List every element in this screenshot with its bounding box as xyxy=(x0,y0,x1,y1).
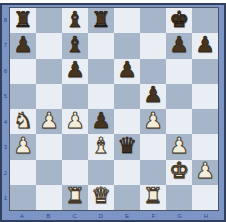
square-a5[interactable] xyxy=(10,84,36,109)
piece-white-pawn[interactable]: ♟ xyxy=(169,135,189,157)
square-c5[interactable] xyxy=(62,84,88,109)
piece-white-pawn[interactable]: ♟ xyxy=(65,110,85,132)
square-g6[interactable] xyxy=(166,59,192,84)
square-d5[interactable] xyxy=(88,84,114,109)
square-e7[interactable] xyxy=(114,33,140,58)
piece-black-pawn[interactable]: ♟ xyxy=(143,84,163,106)
square-h4[interactable] xyxy=(192,109,218,134)
piece-black-pawn[interactable]: ♟ xyxy=(65,59,85,81)
square-e8[interactable] xyxy=(114,8,140,33)
piece-black-pawn[interactable]: ♟ xyxy=(117,59,137,81)
file-label: C xyxy=(62,211,88,220)
square-e1[interactable] xyxy=(114,185,140,210)
rank-label: 5 xyxy=(2,84,9,110)
square-d4[interactable]: ♟ xyxy=(88,109,114,134)
file-label: F xyxy=(140,211,166,220)
square-c1[interactable]: ♜ xyxy=(62,185,88,210)
square-f4[interactable]: ♟ xyxy=(140,109,166,134)
square-c6[interactable]: ♟ xyxy=(62,59,88,84)
file-label: B xyxy=(35,211,61,220)
square-c7[interactable]: ♝ xyxy=(62,33,88,58)
square-d8[interactable]: ♜ xyxy=(88,8,114,33)
square-d7[interactable] xyxy=(88,33,114,58)
square-h6[interactable] xyxy=(192,59,218,84)
square-b7[interactable] xyxy=(36,33,62,58)
piece-black-bishop[interactable]: ♝ xyxy=(65,34,85,56)
rank-label: 6 xyxy=(2,58,9,84)
square-g1[interactable] xyxy=(166,185,192,210)
square-g5[interactable] xyxy=(166,84,192,109)
square-g4[interactable] xyxy=(166,109,192,134)
piece-black-rook[interactable]: ♜ xyxy=(13,9,33,31)
piece-white-king[interactable]: ♚ xyxy=(169,160,189,182)
rank-label: 7 xyxy=(2,33,9,59)
piece-white-rook[interactable]: ♜ xyxy=(143,185,163,207)
frame-right xyxy=(219,7,224,211)
square-g8[interactable]: ♚ xyxy=(166,8,192,33)
rank-label: 8 xyxy=(2,7,9,33)
square-f6[interactable] xyxy=(140,59,166,84)
square-b4[interactable]: ♟ xyxy=(36,109,62,134)
square-e6[interactable]: ♟ xyxy=(114,59,140,84)
file-label: E xyxy=(114,211,140,220)
square-b5[interactable] xyxy=(36,84,62,109)
square-d2[interactable] xyxy=(88,160,114,185)
square-e3[interactable]: ♛ xyxy=(114,134,140,159)
square-b8[interactable] xyxy=(36,8,62,33)
rank-label: 3 xyxy=(2,135,9,161)
square-d3[interactable]: ♝ xyxy=(88,134,114,159)
square-c2[interactable] xyxy=(62,160,88,185)
square-b6[interactable] xyxy=(36,59,62,84)
piece-white-pawn[interactable]: ♟ xyxy=(13,135,33,157)
square-c4[interactable]: ♟ xyxy=(62,109,88,134)
file-label: H xyxy=(193,211,219,220)
square-a2[interactable] xyxy=(10,160,36,185)
square-a4[interactable]: ♞ xyxy=(10,109,36,134)
chess-board-widget: 8 7 6 5 4 3 2 1 ♜♝♜♚♟♝♟♟♟♟♟♞♟♟♟♟♟♝♛♟♚♟♜♛… xyxy=(0,3,226,222)
square-f8[interactable] xyxy=(140,8,166,33)
square-e4[interactable] xyxy=(114,109,140,134)
square-e2[interactable] xyxy=(114,160,140,185)
square-f3[interactable] xyxy=(140,134,166,159)
square-g7[interactable]: ♟ xyxy=(166,33,192,58)
square-h1[interactable] xyxy=(192,185,218,210)
file-labels-row: A B C D E F G H xyxy=(9,211,219,220)
square-a7[interactable]: ♟ xyxy=(10,33,36,58)
file-label: G xyxy=(167,211,193,220)
square-h3[interactable] xyxy=(192,134,218,159)
square-a3[interactable]: ♟ xyxy=(10,134,36,159)
piece-white-pawn[interactable]: ♟ xyxy=(143,110,163,132)
piece-white-knight[interactable]: ♞ xyxy=(13,110,33,132)
file-label: A xyxy=(9,211,35,220)
piece-black-pawn[interactable]: ♟ xyxy=(91,110,111,132)
square-h5[interactable] xyxy=(192,84,218,109)
file-label: D xyxy=(88,211,114,220)
piece-black-king[interactable]: ♚ xyxy=(169,9,189,31)
square-g3[interactable]: ♟ xyxy=(166,134,192,159)
piece-white-bishop[interactable]: ♝ xyxy=(91,135,111,157)
piece-black-queen[interactable]: ♛ xyxy=(117,135,137,157)
square-b3[interactable] xyxy=(36,134,62,159)
square-d6[interactable] xyxy=(88,59,114,84)
square-f2[interactable] xyxy=(140,160,166,185)
square-a8[interactable]: ♜ xyxy=(10,8,36,33)
piece-black-bishop[interactable]: ♝ xyxy=(65,9,85,31)
square-h2[interactable]: ♟ xyxy=(192,160,218,185)
square-h7[interactable]: ♟ xyxy=(192,33,218,58)
chess-board: ♜♝♜♚♟♝♟♟♟♟♟♞♟♟♟♟♟♝♛♟♚♟♜♛♜ xyxy=(9,7,219,211)
square-f7[interactable] xyxy=(140,33,166,58)
square-c8[interactable]: ♝ xyxy=(62,8,88,33)
square-c3[interactable] xyxy=(62,134,88,159)
square-b2[interactable] xyxy=(36,160,62,185)
piece-black-pawn[interactable]: ♟ xyxy=(169,34,189,56)
piece-white-pawn[interactable]: ♟ xyxy=(39,110,59,132)
piece-black-pawn[interactable]: ♟ xyxy=(195,34,215,56)
square-a1[interactable] xyxy=(10,185,36,210)
piece-black-pawn[interactable]: ♟ xyxy=(13,34,33,56)
rank-labels-column: 8 7 6 5 4 3 2 1 xyxy=(2,7,9,211)
square-b1[interactable] xyxy=(36,185,62,210)
square-d1[interactable]: ♛ xyxy=(88,185,114,210)
rank-label: 2 xyxy=(2,160,9,186)
square-f5[interactable]: ♟ xyxy=(140,84,166,109)
square-f1[interactable]: ♜ xyxy=(140,185,166,210)
square-g2[interactable]: ♚ xyxy=(166,160,192,185)
piece-white-rook[interactable]: ♜ xyxy=(65,185,85,207)
piece-white-queen[interactable]: ♛ xyxy=(91,185,111,207)
rank-label: 4 xyxy=(2,109,9,135)
rank-label: 1 xyxy=(2,186,9,212)
piece-white-pawn[interactable]: ♟ xyxy=(195,160,215,182)
square-e5[interactable] xyxy=(114,84,140,109)
page-background: 8 7 6 5 4 3 2 1 ♜♝♜♚♟♝♟♟♟♟♟♞♟♟♟♟♟♝♛♟♚♟♜♛… xyxy=(0,0,226,222)
square-h8[interactable] xyxy=(192,8,218,33)
square-a6[interactable] xyxy=(10,59,36,84)
piece-black-rook[interactable]: ♜ xyxy=(91,9,111,31)
